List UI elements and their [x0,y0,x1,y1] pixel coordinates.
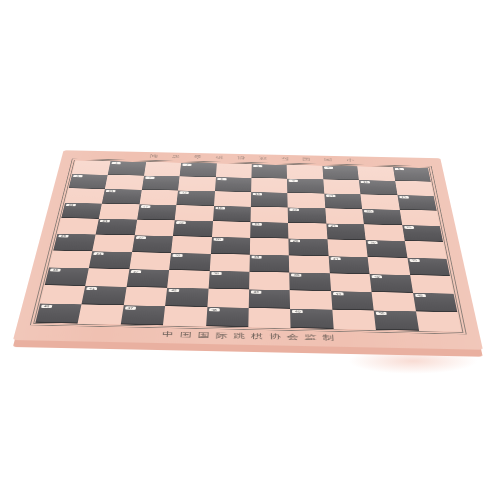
square-number-label: 18 [215,207,225,210]
square-number-label: 39 [291,273,301,276]
square-number-label: 36 [50,268,61,271]
board-square [287,165,323,179]
square-number-label: 44 [333,292,344,295]
board-square: 5 [393,167,431,182]
square-number-label: 16 [66,204,76,207]
board-square [167,270,209,289]
board-square: 6 [69,174,108,189]
board-square: 3 [251,164,287,178]
square-number-label: 6 [73,175,83,178]
square-number-label: 38 [211,272,221,275]
square-number-label: 21 [100,220,110,223]
board-square [404,241,446,258]
board-square: 38 [208,271,249,290]
board-square [323,179,360,194]
square-number-label: 4 [324,166,333,168]
square-number-label: 1 [112,162,121,164]
square-number-label: 28 [213,238,223,241]
board-square: 15 [397,195,437,211]
board-square [327,240,367,257]
board-grid: 1234567891011121314151617181920212223242… [35,160,461,331]
board-square [332,310,376,330]
board-square [86,268,130,287]
board-square [139,190,178,205]
board-square [207,288,249,307]
square-number-label: 50 [376,312,387,315]
square-number-label: 12 [179,191,189,194]
board-square: 30 [366,240,407,257]
board-square [72,160,111,174]
square-number-label: 3 [253,165,262,167]
board-square: 40 [370,274,413,293]
square-number-label: 22 [176,221,186,224]
square-number-label: 26 [58,235,68,238]
board-square [175,205,214,221]
square-number-label: 37 [130,270,141,273]
square-number-label: 42 [169,289,180,292]
board-square [330,273,372,292]
board-square: 42 [165,288,208,307]
board-square [368,257,410,275]
board-square: 26 [53,234,96,251]
board-square [395,181,434,196]
square-number-label: 27 [136,236,146,239]
square-number-label: 13 [253,193,262,196]
board-square: 8 [215,177,252,192]
board-square [212,221,251,238]
board-square: 49 [290,309,333,329]
draughts-board: 中国国际跳棋协会监制 12345678910111213141516171819… [13,150,483,350]
board-square: 48 [206,307,249,327]
square-number-label: 14 [326,194,335,197]
board-square [288,193,326,209]
square-number-label: 7 [145,176,154,179]
board-square: 2 [180,163,217,177]
square-number-label: 19 [290,208,300,211]
board-square: 33 [249,254,289,272]
board-square: 41 [82,286,127,305]
board-square: 18 [213,206,251,222]
square-number-label: 25 [404,226,414,229]
board-square [93,235,135,252]
board-square [399,210,439,226]
board-square: 25 [402,225,443,242]
square-number-label: 48 [209,308,220,311]
board-square [288,223,327,240]
board-square: 22 [173,221,213,238]
board-square: 39 [290,272,331,291]
board-square: 23 [250,222,289,239]
board-square [357,166,394,181]
board-square [289,255,329,273]
board-square [78,304,124,324]
board-square: 32 [169,253,210,271]
square-number-label: 10 [361,181,370,184]
square-number-label: 49 [292,310,303,313]
board-square: 27 [132,236,173,253]
board-square: 13 [251,192,288,208]
board-square [99,204,139,220]
board-square: 31 [89,251,132,269]
square-number-label: 30 [368,241,378,244]
board-square [216,163,252,177]
board-square [361,194,400,210]
board-square [248,308,291,328]
board-square [364,224,404,241]
square-number-label: 15 [399,196,409,199]
board-square [134,220,174,237]
board-square: 4 [322,166,359,180]
board-square: 36 [45,267,89,286]
board-square: 9 [287,179,324,194]
board-square [249,272,290,291]
square-number-label: 45 [415,294,426,297]
board-square [178,176,215,191]
square-number-label: 29 [291,240,301,243]
board-square [410,275,454,294]
board-square [163,306,207,326]
board-square [416,311,462,331]
board-square [129,252,171,270]
board-square [65,188,105,203]
product-photo-canvas: 中国国际跳棋协会监制 12345678910111213141516171819… [0,0,500,500]
board-square: 12 [177,191,215,206]
square-number-label: 41 [87,287,98,290]
board-square: 45 [413,293,458,312]
board-square: 19 [288,208,326,224]
board-square [49,250,93,268]
square-number-label: 46 [41,305,52,308]
board-square: 44 [331,291,374,310]
board-square [209,254,249,272]
board-square [214,191,251,206]
board-square: 17 [137,205,177,221]
board-square [325,208,364,224]
square-number-label: 43 [251,290,261,293]
board-square [40,285,85,304]
square-number-label: 8 [217,178,226,181]
board-square [171,236,211,253]
board-square: 11 [102,189,141,204]
board-square: 1 [108,161,146,175]
square-number-label: 24 [328,225,338,228]
square-number-label: 11 [106,190,116,193]
board-square [124,287,168,306]
square-number-label: 17 [141,205,151,208]
board-square [57,218,99,235]
board-square: 24 [326,224,366,241]
square-number-label: 9 [289,179,298,182]
board-square [372,292,416,311]
board-square: 7 [142,176,180,191]
square-number-label: 34 [330,257,340,260]
square-number-label: 2 [183,163,192,165]
square-number-label: 20 [364,210,374,213]
square-number-label: 47 [125,306,136,309]
board-square: 43 [249,289,291,308]
square-number-label: 33 [252,255,262,258]
board-square: 29 [289,239,329,256]
square-number-label: 35 [409,259,419,262]
board-square: 16 [61,203,102,219]
board-square: 35 [407,258,450,276]
board-square [105,175,144,190]
board-square: 34 [328,256,369,274]
board-square [250,238,289,255]
board-square: 47 [121,305,166,325]
square-number-label: 31 [94,252,105,255]
board-square: 37 [126,269,169,288]
square-number-label: 32 [173,254,183,257]
board-square: 20 [362,209,402,225]
board-square: 10 [359,180,397,195]
board-square [251,178,287,193]
board-square: 28 [211,237,251,254]
board-square [290,290,332,309]
square-number-label: 23 [252,223,262,226]
board-square [251,207,289,223]
board-square [144,162,181,176]
board-square: 14 [324,194,362,210]
board-perspective-wrapper: 中国国际跳棋协会监制 12345678910111213141516171819… [11,0,494,440]
board-square: 46 [35,303,81,323]
square-number-label: 5 [394,168,403,170]
square-number-label: 40 [372,275,383,278]
board-square: 50 [374,310,419,330]
board-square: 21 [96,219,137,236]
